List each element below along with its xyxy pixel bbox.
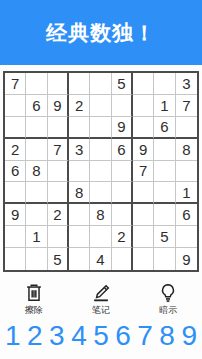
cell-r2c6[interactable] (112, 95, 133, 117)
cell-r3c1[interactable] (5, 117, 26, 139)
cell-r8c3[interactable] (48, 226, 69, 248)
numpad-5[interactable]: 5 (93, 320, 109, 352)
cell-r4c4[interactable]: 3 (69, 139, 90, 161)
cell-r8c8[interactable]: 5 (154, 226, 175, 248)
cell-r3c2[interactable] (26, 117, 47, 139)
cell-r8c4[interactable] (69, 226, 90, 248)
cell-r6c3[interactable] (48, 182, 69, 204)
cell-r2c7[interactable] (133, 95, 154, 117)
notes-label: 笔记 (92, 305, 110, 316)
cell-r8c5[interactable] (90, 226, 111, 248)
cell-r9c4[interactable] (69, 248, 90, 270)
cell-r2c1[interactable] (5, 95, 26, 117)
numpad-4[interactable]: 4 (71, 320, 87, 352)
cell-r8c2[interactable]: 1 (26, 226, 47, 248)
cell-r1c2[interactable] (26, 73, 47, 95)
lightbulb-icon (157, 282, 179, 304)
cell-r4c3[interactable]: 7 (48, 139, 69, 161)
cell-r9c2[interactable] (26, 248, 47, 270)
cell-r2c8[interactable]: 1 (154, 95, 175, 117)
pencil-icon (90, 282, 112, 304)
cell-r6c2[interactable] (26, 182, 47, 204)
cell-r2c2[interactable]: 6 (26, 95, 47, 117)
cell-r3c8[interactable]: 6 (154, 117, 175, 139)
cell-r6c5[interactable] (90, 182, 111, 204)
cell-r6c8[interactable] (154, 182, 175, 204)
erase-button[interactable]: 擦除 (23, 282, 45, 316)
cell-r6c1[interactable] (5, 182, 26, 204)
cell-r5c7[interactable]: 7 (133, 161, 154, 183)
page-title: 经典数独！ (46, 19, 156, 47)
cell-r3c7[interactable] (133, 117, 154, 139)
cell-r7c5[interactable]: 8 (90, 204, 111, 226)
cell-r9c9[interactable]: 9 (176, 248, 197, 270)
numpad-1[interactable]: 1 (5, 320, 21, 352)
cell-r6c9[interactable]: 1 (176, 182, 197, 204)
cell-r8c7[interactable] (133, 226, 154, 248)
cell-r4c8[interactable] (154, 139, 175, 161)
cell-r5c1[interactable]: 6 (5, 161, 26, 183)
cell-r2c5[interactable] (90, 95, 111, 117)
cell-r1c8[interactable] (154, 73, 175, 95)
app-header: 经典数独！ (0, 0, 202, 65)
cell-r9c6[interactable] (112, 248, 133, 270)
cell-r7c9[interactable]: 6 (176, 204, 197, 226)
cell-r5c4[interactable] (69, 161, 90, 183)
cell-r6c6[interactable] (112, 182, 133, 204)
cell-r3c3[interactable] (48, 117, 69, 139)
cell-r4c5[interactable] (90, 139, 111, 161)
sudoku-board: 7536921796273698687819286125549 (3, 71, 199, 272)
numpad-6[interactable]: 6 (115, 320, 131, 352)
cell-r4c7[interactable]: 9 (133, 139, 154, 161)
numpad-7[interactable]: 7 (137, 320, 153, 352)
cell-r5c3[interactable] (48, 161, 69, 183)
cell-r1c4[interactable] (69, 73, 90, 95)
cell-r5c8[interactable] (154, 161, 175, 183)
cell-r3c4[interactable] (69, 117, 90, 139)
cell-r4c1[interactable]: 2 (5, 139, 26, 161)
cell-r2c4[interactable]: 2 (69, 95, 90, 117)
cell-r5c6[interactable] (112, 161, 133, 183)
cell-r2c3[interactable]: 9 (48, 95, 69, 117)
cell-r4c6[interactable]: 6 (112, 139, 133, 161)
sudoku-app: 经典数独！ 7536921796273698687819286125549 擦除 (0, 0, 202, 359)
hint-button[interactable]: 暗示 (157, 282, 179, 316)
cell-r9c5[interactable]: 4 (90, 248, 111, 270)
cell-r3c9[interactable] (176, 117, 197, 139)
cell-r8c6[interactable]: 2 (112, 226, 133, 248)
numpad-3[interactable]: 3 (49, 320, 65, 352)
cell-r7c2[interactable] (26, 204, 47, 226)
cell-r1c7[interactable] (133, 73, 154, 95)
notes-button[interactable]: 笔记 (90, 282, 112, 316)
numpad-9[interactable]: 9 (181, 320, 197, 352)
cell-r1c3[interactable] (48, 73, 69, 95)
cell-r7c6[interactable] (112, 204, 133, 226)
cell-r8c9[interactable] (176, 226, 197, 248)
erase-label: 擦除 (25, 305, 43, 316)
cell-r6c4[interactable]: 8 (69, 182, 90, 204)
cell-r8c1[interactable] (5, 226, 26, 248)
cell-r4c2[interactable] (26, 139, 47, 161)
number-pad: 123456789 (0, 320, 202, 352)
cell-r6c7[interactable] (133, 182, 154, 204)
numpad-2[interactable]: 2 (27, 320, 43, 352)
cell-r7c1[interactable]: 9 (5, 204, 26, 226)
cell-r2c9[interactable]: 7 (176, 95, 197, 117)
cell-r9c3[interactable]: 5 (48, 248, 69, 270)
cell-r5c5[interactable] (90, 161, 111, 183)
cell-r7c8[interactable] (154, 204, 175, 226)
trash-icon (23, 282, 45, 304)
cell-r9c1[interactable] (5, 248, 26, 270)
hint-label: 暗示 (159, 305, 177, 316)
cell-r1c5[interactable] (90, 73, 111, 95)
cell-r4c9[interactable]: 8 (176, 139, 197, 161)
cell-r1c1[interactable]: 7 (5, 73, 26, 95)
numpad-8[interactable]: 8 (159, 320, 175, 352)
cell-r7c3[interactable]: 2 (48, 204, 69, 226)
cell-r7c7[interactable] (133, 204, 154, 226)
cell-r3c6[interactable]: 9 (112, 117, 133, 139)
cell-r7c4[interactable] (69, 204, 90, 226)
cell-r3c5[interactable] (90, 117, 111, 139)
cell-r1c9[interactable]: 3 (176, 73, 197, 95)
cell-r9c8[interactable] (154, 248, 175, 270)
cell-r9c7[interactable] (133, 248, 154, 270)
cell-r5c9[interactable] (176, 161, 197, 183)
cell-r1c6[interactable]: 5 (112, 73, 133, 95)
toolbar: 擦除 笔记 暗示 (0, 282, 202, 316)
cell-r5c2[interactable]: 8 (26, 161, 47, 183)
